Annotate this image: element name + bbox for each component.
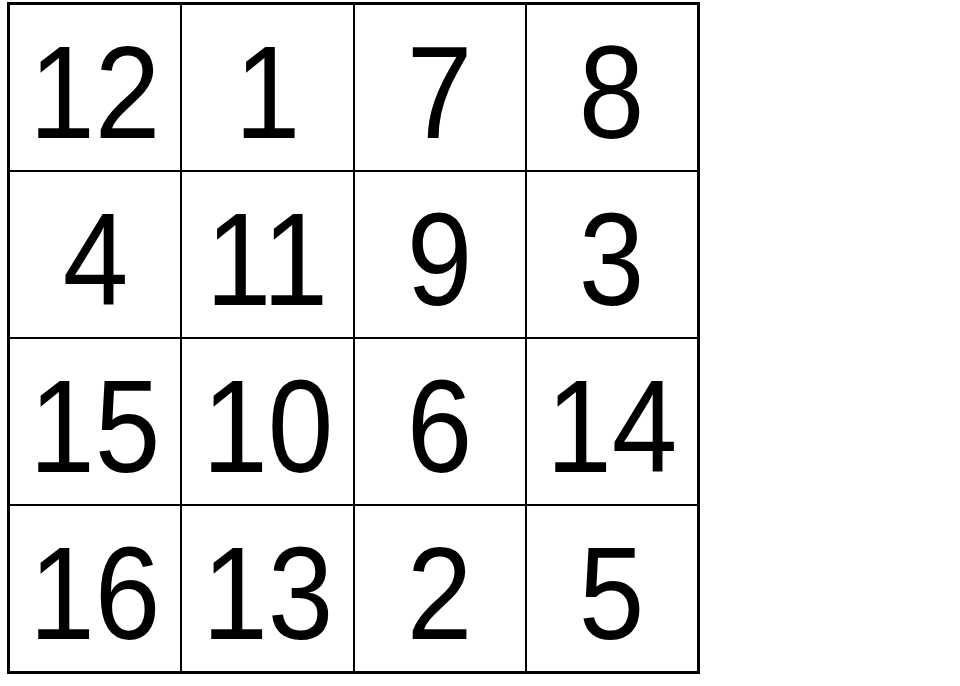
cell-number: 14 — [546, 361, 677, 492]
cell-number: 12 — [30, 27, 161, 158]
cell-r2c1: 4 — [10, 172, 180, 337]
cell-r4c3: 2 — [355, 506, 525, 671]
cell-number: 16 — [30, 528, 161, 659]
cell-r2c4: 3 — [527, 172, 697, 337]
cell-number: 9 — [407, 194, 473, 325]
cell-number: 15 — [30, 361, 161, 492]
cell-r4c4: 5 — [527, 506, 697, 671]
cell-number: 8 — [579, 27, 645, 158]
cell-r1c4: 8 — [527, 5, 697, 170]
cell-r3c3: 6 — [355, 339, 525, 504]
cell-r3c4: 14 — [527, 339, 697, 504]
cell-r4c2: 13 — [182, 506, 352, 671]
cell-r1c3: 7 — [355, 5, 525, 170]
cell-r2c3: 9 — [355, 172, 525, 337]
cell-r3c2: 10 — [182, 339, 352, 504]
cell-r1c2: 1 — [182, 5, 352, 170]
number-grid-board: 12 1 7 8 4 11 9 3 15 10 6 14 16 13 2 5 — [7, 2, 700, 674]
cell-number: 13 — [202, 528, 333, 659]
cell-number: 6 — [407, 361, 473, 492]
cell-number: 3 — [579, 194, 645, 325]
cell-number: 10 — [202, 361, 333, 492]
cell-r1c1: 12 — [10, 5, 180, 170]
cell-number: 7 — [407, 27, 473, 158]
cell-number: 2 — [407, 528, 473, 659]
cell-r2c2: 11 — [182, 172, 352, 337]
cell-r3c1: 15 — [10, 339, 180, 504]
cell-r4c1: 16 — [10, 506, 180, 671]
cell-number: 5 — [579, 528, 645, 659]
cell-number: 1 — [235, 27, 301, 158]
cell-number: 4 — [62, 194, 128, 325]
cell-number: 11 — [206, 194, 328, 325]
